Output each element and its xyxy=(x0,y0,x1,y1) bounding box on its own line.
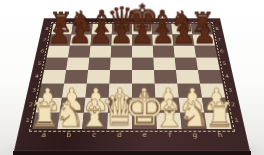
square-f6[interactable] xyxy=(153,46,175,58)
square-c6[interactable] xyxy=(89,46,111,58)
file-label-a: a xyxy=(31,132,57,139)
piece-black-pawn[interactable]: ♟ xyxy=(193,23,217,47)
scene: 87654321 ♜♞♝♛♚♝♞♜♟♟♟♟♟♟♟♟♟♟♟♟♟♟♟♟♜♞♝♛♚♝♞… xyxy=(14,0,250,151)
square-d5[interactable] xyxy=(110,58,132,71)
square-g1[interactable]: ♞ xyxy=(180,113,207,129)
square-a6[interactable] xyxy=(47,46,70,58)
square-a1[interactable]: ♜ xyxy=(32,113,59,129)
square-d7[interactable]: ♟ xyxy=(111,34,132,45)
square-c7[interactable]: ♟ xyxy=(90,34,111,45)
file-label-f: f xyxy=(157,132,183,139)
piece-white-king[interactable]: ♚ xyxy=(124,88,165,129)
piece-white-rook[interactable]: ♜ xyxy=(204,100,234,130)
chess-board: 87654321 ♜♞♝♛♚♝♞♜♟♟♟♟♟♟♟♟♟♟♟♟♟♟♟♟♜♞♝♛♚♝♞… xyxy=(14,18,250,151)
square-b1[interactable]: ♞ xyxy=(57,113,84,129)
square-e7[interactable]: ♟ xyxy=(132,34,153,45)
square-c1[interactable]: ♝ xyxy=(82,113,108,129)
board-squares: ♜♞♝♛♚♝♞♜♟♟♟♟♟♟♟♟♟♟♟♟♟♟♟♟♜♞♝♛♚♝♞♜ xyxy=(32,24,231,129)
photo-background: 87654321 ♜♞♝♛♚♝♞♜♟♟♟♟♟♟♟♟♟♟♟♟♟♟♟♟♜♞♝♛♚♝♞… xyxy=(0,0,264,155)
square-f5[interactable] xyxy=(153,58,176,71)
square-e6[interactable] xyxy=(132,46,153,58)
piece-white-rook[interactable]: ♜ xyxy=(30,100,60,130)
file-label-e: e xyxy=(132,132,157,139)
board-tilt: 87654321 ♜♞♝♛♚♝♞♜♟♟♟♟♟♟♟♟♟♟♟♟♟♟♟♟♜♞♝♛♚♝♞… xyxy=(14,18,250,151)
square-b5[interactable] xyxy=(66,58,89,71)
square-e5[interactable] xyxy=(132,58,154,71)
square-h6[interactable] xyxy=(194,46,217,58)
square-d6[interactable] xyxy=(111,46,132,58)
square-h5[interactable] xyxy=(196,58,220,71)
square-e1[interactable]: ♚ xyxy=(132,113,157,129)
square-f7[interactable]: ♟ xyxy=(152,34,173,45)
file-label-d: d xyxy=(107,132,132,139)
square-g7[interactable]: ♟ xyxy=(172,34,194,45)
board-frame-bottom: abcdefgh xyxy=(14,129,250,151)
file-labels: abcdefgh xyxy=(31,129,234,138)
file-label-b: b xyxy=(56,132,82,139)
file-label-g: g xyxy=(182,132,208,139)
square-h7[interactable]: ♟ xyxy=(193,34,215,45)
square-a5[interactable] xyxy=(44,58,68,71)
board-front-edge xyxy=(13,151,251,155)
square-c5[interactable] xyxy=(88,58,111,71)
file-label-c: c xyxy=(81,132,107,139)
square-h1[interactable]: ♜ xyxy=(204,113,231,129)
square-g6[interactable] xyxy=(174,46,197,58)
square-g5[interactable] xyxy=(175,58,198,71)
file-label-h: h xyxy=(207,132,233,139)
square-b6[interactable] xyxy=(68,46,91,58)
